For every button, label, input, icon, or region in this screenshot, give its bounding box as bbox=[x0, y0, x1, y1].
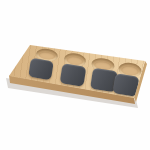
serving-board bbox=[0, 0, 150, 150]
slate-1 bbox=[28, 58, 54, 80]
slate-2 bbox=[60, 63, 87, 87]
slate-4 bbox=[113, 73, 140, 97]
photo-stage bbox=[0, 0, 150, 150]
